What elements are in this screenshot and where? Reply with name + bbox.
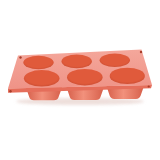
cavity-row1-col3 bbox=[100, 54, 130, 68]
hang-hole-bottom-left bbox=[9, 90, 11, 92]
cavity-grid bbox=[23, 54, 145, 87]
hang-hole-top-right bbox=[140, 51, 142, 53]
hang-hole-top-left bbox=[19, 56, 21, 58]
cavity-row2-col2 bbox=[67, 69, 103, 86]
photo-canvas bbox=[0, 0, 160, 160]
cavity-row1-col1 bbox=[23, 56, 53, 70]
cavity-row2-col1 bbox=[24, 70, 60, 87]
muffin-mold-photo bbox=[0, 0, 160, 160]
cavity-row1-col2 bbox=[61, 55, 91, 69]
cavity-row2-col3 bbox=[110, 68, 145, 84]
hang-hole-bottom-right bbox=[148, 85, 150, 87]
